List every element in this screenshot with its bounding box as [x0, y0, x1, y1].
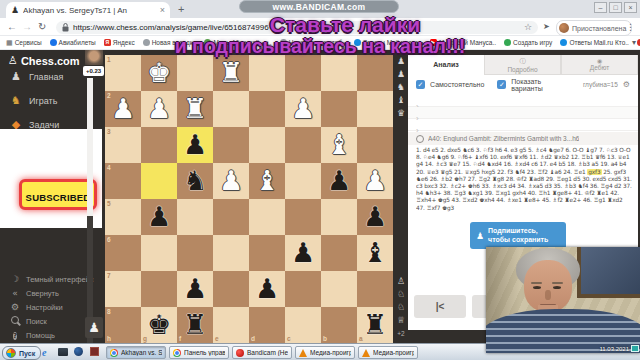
- tab-analysis[interactable]: Анализ: [408, 55, 484, 75]
- piece-black-knight: ♞: [177, 163, 213, 198]
- captured-piece: ♙: [395, 276, 407, 286]
- overlay-title-line2: и подписывайтесь на канал!!!: [0, 35, 640, 58]
- square-g8[interactable]: ♚g: [141, 307, 177, 343]
- square-f7[interactable]: ♟: [177, 271, 213, 307]
- quicklaunch-wmp-icon[interactable]: [74, 347, 83, 358]
- square-c4[interactable]: [285, 163, 321, 199]
- tab-details[interactable]: ⓘ Подробно: [484, 55, 561, 75]
- piece-black-pawn: ♟: [321, 163, 357, 198]
- webcam-date: 11.03.2021: [599, 346, 629, 352]
- collapse-icon: «: [10, 288, 20, 298]
- square-h1[interactable]: 1: [105, 55, 141, 91]
- square-h6[interactable]: 6: [105, 235, 141, 271]
- nav-first-move-button[interactable]: |<: [414, 295, 466, 318]
- engine-line-row[interactable]: ›: [408, 107, 638, 119]
- piece-black-pawn: ♟: [177, 271, 213, 306]
- captured-piece: ♟: [395, 69, 407, 79]
- square-a8[interactable]: ♜a: [357, 307, 393, 343]
- rank-label: 3: [107, 128, 111, 135]
- windows-logo-icon: [6, 348, 16, 358]
- square-c3[interactable]: [285, 127, 321, 163]
- sidebar-footer-search[interactable]: Поиск: [10, 316, 47, 326]
- file-label: e: [215, 335, 219, 342]
- sidebar-footer-label: Свернуть: [26, 289, 59, 298]
- square-d2[interactable]: [249, 91, 285, 127]
- overlay-title-line1: Ставьте лайки: [25, 13, 640, 37]
- subscribed-badge: SUBSCRIBED: [19, 179, 97, 210]
- square-f3[interactable]: ♟: [177, 127, 213, 163]
- taskbar-button[interactable]: Akhayan vs. S...: [106, 346, 166, 359]
- piece-black-pawn: ♟: [357, 199, 393, 234]
- window-close-button[interactable]: ×: [624, 2, 637, 13]
- opening-book-icon: [416, 135, 424, 143]
- square-c8[interactable]: c: [285, 307, 321, 343]
- piece-black-pawn: ♟: [141, 199, 177, 234]
- square-g7[interactable]: [141, 271, 177, 307]
- sidebar-item-pawn[interactable]: ♟Главная: [10, 70, 63, 83]
- evaluation-score: +0.23: [83, 66, 104, 76]
- rank-label: 2: [107, 92, 111, 99]
- taskbar-button-label: Медиа-проигр...: [373, 349, 414, 356]
- opening-name: A40: Englund Gambit: Zilbermints Gambit …: [428, 135, 579, 142]
- square-g5[interactable]: ♟: [141, 199, 177, 235]
- square-c7[interactable]: [285, 271, 321, 307]
- quicklaunch-folder-icon[interactable]: [58, 347, 68, 358]
- square-b3[interactable]: ♝: [321, 127, 357, 163]
- search-icon: [10, 316, 20, 326]
- back-icon[interactable]: ←: [7, 21, 17, 33]
- webcam-overlay: 11.03.2021: [486, 247, 640, 353]
- help-icon: ?: [10, 330, 20, 341]
- square-b8[interactable]: b: [321, 307, 357, 343]
- square-e4[interactable]: ♟: [213, 163, 249, 199]
- engine-line-row[interactable]: ›: [408, 119, 638, 131]
- square-e2[interactable]: [213, 91, 249, 127]
- save-pieces-icon: ♟: [476, 231, 484, 241]
- sidebar-item-label: Главная: [29, 72, 63, 82]
- captured-piece: ♞: [395, 82, 407, 92]
- eyebrow: [531, 282, 542, 284]
- captured-piece: ♝: [395, 95, 407, 105]
- rank-label: 4: [107, 164, 111, 171]
- sidebar-item-label: Играть: [29, 96, 57, 106]
- square-e5[interactable]: [213, 199, 249, 235]
- square-b1[interactable]: [321, 55, 357, 91]
- engine-line-row[interactable]: ›: [408, 95, 638, 107]
- file-label: c: [287, 335, 291, 342]
- tab-opening[interactable]: ◉ Дебют: [561, 55, 638, 75]
- checkbox-show-lines[interactable]: ✓: [497, 80, 506, 89]
- square-e8[interactable]: e: [213, 307, 249, 343]
- square-e7[interactable]: [213, 271, 249, 307]
- piece-black-pawn: ♟: [285, 235, 321, 270]
- chess-board: 1♚♜♟2♟♜♟3♟♝4♞♟♝♟♟5♟♟6♟♝7♟♟8h♚g♜fedcb♜a: [105, 55, 393, 343]
- analysis-options-row: ✓ Самостоятельно ✓ Показать варианты глу…: [408, 76, 638, 93]
- square-f5[interactable]: [177, 199, 213, 235]
- square-g4[interactable]: [141, 163, 177, 199]
- square-a1[interactable]: [357, 55, 393, 91]
- square-d3[interactable]: [249, 127, 285, 163]
- knight-icon: ♞: [10, 94, 22, 107]
- search-icon: [11, 316, 19, 324]
- vlc-icon: [299, 349, 307, 357]
- tab-analysis-label: Анализ: [408, 55, 484, 75]
- captured-piece: ♘: [395, 302, 407, 312]
- gear-icon: ⚙: [10, 302, 20, 312]
- engine-depth-label: глубина=15: [583, 81, 618, 88]
- square-h3[interactable]: 3: [105, 127, 141, 163]
- square-a5[interactable]: ♟: [357, 199, 393, 235]
- quicklaunch-grid-icon[interactable]: [90, 347, 99, 358]
- sidebar-footer-label: Помощь: [26, 331, 55, 340]
- square-b5[interactable]: [321, 199, 357, 235]
- square-d8[interactable]: d: [249, 307, 285, 343]
- tray-icon: [631, 345, 639, 352]
- move-list[interactable]: 1. d4 e5 2. dxe5 ♞c6 3. ♘f3 h6 4. e3 g5 …: [416, 147, 632, 220]
- rank-label: 5: [107, 200, 111, 207]
- square-b2[interactable]: [321, 91, 357, 127]
- piece-white-rook: ♜: [177, 91, 213, 126]
- taskbar-button[interactable]: Медиа-проигр...: [358, 346, 418, 359]
- square-d6[interactable]: [249, 235, 285, 271]
- captured-piece: ♘: [395, 289, 407, 299]
- file-label: b: [323, 335, 327, 342]
- square-b7[interactable]: [321, 271, 357, 307]
- square-a7[interactable]: [357, 271, 393, 307]
- info-icon: ⓘ: [485, 57, 560, 66]
- piece-white-pawn: ♟: [213, 163, 249, 198]
- rank-label: 6: [107, 236, 111, 243]
- material-score: +2: [394, 330, 408, 337]
- square-c5[interactable]: [285, 199, 321, 235]
- window-maximize-button[interactable]: □: [609, 2, 622, 13]
- square-e1[interactable]: ♜: [213, 55, 249, 91]
- square-a6[interactable]: ♝: [357, 235, 393, 271]
- media-player-icon: [74, 347, 83, 356]
- opening-name-row[interactable]: A40: Englund Gambit: Zilbermints Gambit …: [408, 132, 638, 145]
- tab-details-label: Подробно: [485, 66, 560, 73]
- taskbar-button[interactable]: Bandicam (Не ...: [232, 346, 292, 359]
- piece-black-bishop: ♝: [357, 235, 393, 270]
- square-a3[interactable]: [357, 127, 393, 163]
- square-c1[interactable]: [285, 55, 321, 91]
- taskbar-button-label: Панель управ...: [184, 349, 225, 356]
- quicklaunch-ie-icon[interactable]: e: [42, 347, 46, 358]
- captured-piece: ♕: [395, 315, 407, 325]
- file-label: d: [251, 335, 255, 342]
- file-label: f: [179, 335, 181, 342]
- eyebrow: [552, 282, 563, 284]
- tab-opening-label: Дебют: [562, 64, 637, 71]
- square-g6[interactable]: [141, 235, 177, 271]
- moves-after: 25. gxf3 ♞e6 26. ♗b2 ♚h7 27. ♖g2 ♜g8 28.…: [416, 169, 632, 211]
- evaluation-bar: [87, 78, 93, 343]
- file-label: a: [359, 335, 363, 342]
- rank-label: 8: [107, 308, 111, 315]
- file-label: h: [107, 335, 111, 342]
- piece-white-king: ♚: [141, 55, 177, 90]
- square-f2[interactable]: ♜: [177, 91, 213, 127]
- square-f8[interactable]: ♜f: [177, 307, 213, 343]
- piece-white-bishop: ♝: [249, 163, 285, 198]
- help-icon: ?: [13, 332, 17, 340]
- piece-black-pawn: ♟: [177, 127, 213, 162]
- start-label: Пуск: [19, 350, 35, 357]
- save-button-label: Подпишитесь, чтобы сохранить: [488, 227, 560, 244]
- taskbar-button[interactable]: Панель управ...: [169, 346, 229, 359]
- bandicam-icon: [236, 349, 244, 357]
- piece-white-rook: ♜: [213, 55, 249, 90]
- sidebar-footer-gear[interactable]: ⚙Настройки: [10, 302, 63, 312]
- square-g1[interactable]: ♚: [141, 55, 177, 91]
- piece-white-pawn: ♟: [357, 163, 393, 198]
- square-g3[interactable]: [141, 127, 177, 163]
- moon-icon: ☽: [10, 274, 20, 284]
- square-g2[interactable]: ♟: [141, 91, 177, 127]
- eye: [553, 286, 561, 289]
- taskbar-button-label: Akhayan vs. S...: [121, 349, 162, 356]
- window-minimize-button[interactable]: –: [594, 2, 607, 13]
- square-f4[interactable]: ♞: [177, 163, 213, 199]
- white-pawn-tile-glyph: ♟: [88, 320, 100, 335]
- start-button[interactable]: Пуск: [2, 346, 41, 360]
- checkbox-self-analysis[interactable]: ✓: [416, 80, 425, 89]
- picture-frame: [577, 247, 640, 298]
- sidebar-footer-moon[interactable]: ☽Темный интерфейс: [10, 274, 94, 284]
- square-f1[interactable]: [177, 55, 213, 91]
- square-d1[interactable]: [249, 55, 285, 91]
- square-f6[interactable]: [177, 235, 213, 271]
- bandicam-watermark: www.BANDICAM.com: [239, 0, 399, 13]
- captured-pieces-strip: ♟♟♞♝♛♙♘♘♕+2: [394, 50, 408, 343]
- sidebar-footer-label: Темный интерфейс: [26, 275, 94, 284]
- chesscom-favicon: ♟: [11, 6, 19, 15]
- chrome-icon: [173, 349, 181, 357]
- chrome-icon: [110, 349, 118, 357]
- piece-black-rook: ♜: [177, 307, 213, 342]
- taskbar-button[interactable]: Медиа-проигр...: [295, 346, 355, 359]
- pawn-icon: ♟: [10, 70, 22, 83]
- sidebar-footer-label: Настройки: [26, 303, 63, 312]
- square-e3[interactable]: [213, 127, 249, 163]
- square-c6[interactable]: ♟: [285, 235, 321, 271]
- book-icon: ◉: [562, 57, 637, 64]
- piece-black-pawn: ♟: [249, 271, 285, 306]
- checkbox-self-analysis-label: Самостоятельно: [430, 81, 484, 88]
- sidebar-item-knight[interactable]: ♞Играть: [10, 94, 57, 107]
- square-d7[interactable]: ♟: [249, 271, 285, 307]
- folder-icon: [58, 348, 68, 356]
- piece-white-pawn: ♟: [285, 91, 321, 126]
- square-a2[interactable]: [357, 91, 393, 127]
- square-h7[interactable]: 7: [105, 271, 141, 307]
- square-d5[interactable]: [249, 199, 285, 235]
- square-c2[interactable]: ♟: [285, 91, 321, 127]
- app-grid-icon: [90, 347, 99, 356]
- piece-white-bishop: ♝: [321, 127, 357, 162]
- eye: [533, 286, 541, 289]
- square-h8[interactable]: 8h: [105, 307, 141, 343]
- square-h4[interactable]: 4: [105, 163, 141, 199]
- square-e6[interactable]: [213, 235, 249, 271]
- square-b6[interactable]: [321, 235, 357, 271]
- taskbar-button-label: Bandicam (Не ...: [247, 349, 288, 356]
- gear-icon[interactable]: ⚙: [623, 80, 630, 89]
- rank-label: 7: [107, 272, 111, 279]
- file-label: g: [143, 335, 147, 342]
- captured-piece: ♛: [395, 108, 407, 118]
- square-a4[interactable]: ♟: [357, 163, 393, 199]
- player-piece-icon: ♟: [85, 317, 103, 338]
- sidebar-footer-collapse[interactable]: «Свернуть: [10, 288, 59, 298]
- sidebar-footer-label: Поиск: [26, 317, 47, 326]
- screen: ♟ Akhayan vs. SergeyTs71 | An × + – □ × …: [0, 0, 640, 360]
- square-b4[interactable]: ♟: [321, 163, 357, 199]
- current-move[interactable]: gxf3: [587, 169, 601, 175]
- checkbox-show-lines-label: Показать варианты: [511, 78, 570, 92]
- square-h2[interactable]: ♟2: [105, 91, 141, 127]
- sidebar-footer-help[interactable]: ?Помощь: [10, 330, 55, 341]
- evaluation-bar-white-fill: [87, 78, 93, 216]
- piece-white-pawn: ♟: [141, 91, 177, 126]
- square-d4[interactable]: ♝: [249, 163, 285, 199]
- nose: [545, 290, 551, 300]
- square-h5[interactable]: 5: [105, 199, 141, 235]
- vlc-icon: [362, 349, 370, 357]
- save-analysis-button[interactable]: ♟ Подпишитесь, чтобы сохранить: [470, 222, 566, 249]
- sidebar-item-label: Задачи: [29, 120, 59, 130]
- taskbar-button-label: Медиа-проигр...: [310, 349, 351, 356]
